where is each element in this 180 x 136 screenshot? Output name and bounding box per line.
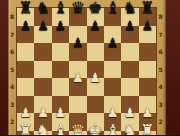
square-a5[interactable] xyxy=(17,61,34,79)
square-e6[interactable] xyxy=(87,43,104,61)
piece-white-king-e1[interactable]: ♚ xyxy=(87,122,104,136)
rank-label-left-8: 8 xyxy=(8,8,17,26)
piece-black-bishop-f8[interactable]: ♝ xyxy=(104,0,121,17)
square-c6[interactable] xyxy=(52,43,69,61)
square-h6[interactable] xyxy=(139,43,156,61)
rank-label-right-4: 4 xyxy=(156,78,165,96)
rank-label-right-8: 8 xyxy=(156,8,165,26)
piece-black-pawn-d6[interactable]: ♟ xyxy=(69,34,86,52)
piece-white-pawn-g2[interactable]: ♟ xyxy=(121,104,138,122)
rank-label-left-2: 2 xyxy=(8,113,17,131)
piece-black-queen-d8[interactable]: ♛ xyxy=(69,0,86,17)
piece-black-pawn-a7[interactable]: ♟ xyxy=(17,17,34,35)
piece-white-bishop-f1[interactable]: ♝ xyxy=(104,122,121,136)
square-c4[interactable] xyxy=(52,78,69,96)
square-b6[interactable] xyxy=(34,43,51,61)
piece-black-knight-g8[interactable]: ♞ xyxy=(121,0,138,17)
rank-label-right-7: 7 xyxy=(156,26,165,44)
piece-white-knight-g1[interactable]: ♞ xyxy=(121,122,138,136)
piece-black-pawn-h7[interactable]: ♟ xyxy=(139,17,156,35)
square-c5[interactable] xyxy=(52,61,69,79)
piece-black-pawn-b7[interactable]: ♟ xyxy=(34,17,51,35)
square-g5[interactable] xyxy=(121,61,138,79)
square-e3[interactable] xyxy=(87,96,104,114)
rank-label-right-6: 6 xyxy=(156,43,165,61)
rank-label-right-5: 5 xyxy=(156,61,165,79)
piece-black-king-e8[interactable]: ♚ xyxy=(87,0,104,17)
piece-white-rook-a1[interactable]: ♜ xyxy=(17,122,34,136)
square-d3[interactable] xyxy=(69,96,86,114)
piece-black-rook-a8[interactable]: ♜ xyxy=(17,0,34,17)
rank-label-left-7: 7 xyxy=(8,26,17,44)
piece-white-pawn-c2[interactable]: ♟ xyxy=(52,104,69,122)
square-f5[interactable] xyxy=(104,61,121,79)
rank-label-left-4: 4 xyxy=(8,78,17,96)
piece-black-knight-b8[interactable]: ♞ xyxy=(34,0,51,17)
piece-white-pawn-h2[interactable]: ♟ xyxy=(139,104,156,122)
square-h5[interactable] xyxy=(139,61,156,79)
piece-black-pawn-e7[interactable]: ♟ xyxy=(87,17,104,35)
square-a4[interactable] xyxy=(17,78,34,96)
square-g4[interactable] xyxy=(121,78,138,96)
rank-label-right-2: 2 xyxy=(156,113,165,131)
piece-black-bishop-c8[interactable]: ♝ xyxy=(52,0,69,17)
piece-black-pawn-c7[interactable]: ♟ xyxy=(52,17,69,35)
square-b4[interactable] xyxy=(34,78,51,96)
piece-white-queen-d1[interactable]: ♛ xyxy=(69,122,86,136)
rank-label-left-5: 5 xyxy=(8,61,17,79)
rank-label-right-3: 3 xyxy=(156,96,165,114)
piece-white-bishop-c1[interactable]: ♝ xyxy=(52,122,69,136)
piece-white-knight-b1[interactable]: ♞ xyxy=(34,122,51,136)
square-h4[interactable] xyxy=(139,78,156,96)
square-a6[interactable] xyxy=(17,43,34,61)
chess-app-screen: 8765432187654321 ♜♞♝♛♚♝♞♜♟♟♟♟♟♟♟♟♟♟♟♟♟♟♟… xyxy=(0,0,180,135)
piece-black-pawn-g7[interactable]: ♟ xyxy=(121,17,138,35)
piece-white-pawn-d4[interactable]: ♟ xyxy=(69,69,86,87)
square-f4[interactable] xyxy=(104,78,121,96)
piece-white-pawn-b2[interactable]: ♟ xyxy=(34,104,51,122)
square-b5[interactable] xyxy=(34,61,51,79)
piece-black-rook-h8[interactable]: ♜ xyxy=(139,0,156,17)
piece-white-pawn-f2[interactable]: ♟ xyxy=(104,104,121,122)
piece-white-pawn-e4[interactable]: ♟ xyxy=(87,69,104,87)
piece-white-pawn-a2[interactable]: ♟ xyxy=(17,104,34,122)
piece-black-pawn-f6[interactable]: ♟ xyxy=(104,34,121,52)
rank-label-left-6: 6 xyxy=(8,43,17,61)
square-g6[interactable] xyxy=(121,43,138,61)
rank-label-left-1: 1 xyxy=(8,131,17,136)
rank-label-left-3: 3 xyxy=(8,96,17,114)
piece-white-rook-h1[interactable]: ♜ xyxy=(139,122,156,136)
rank-label-right-1: 1 xyxy=(156,131,165,136)
